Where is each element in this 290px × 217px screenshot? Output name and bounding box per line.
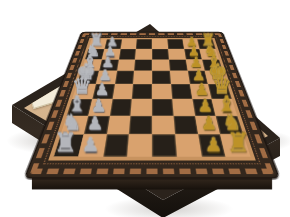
silver-pawn: ♟ — [82, 136, 100, 156]
square — [152, 59, 170, 71]
square: ♜ — [221, 135, 251, 157]
square — [167, 39, 184, 48]
square — [131, 99, 152, 116]
square — [169, 59, 188, 71]
square — [132, 84, 152, 99]
square — [134, 59, 152, 71]
square — [152, 39, 168, 48]
square — [103, 135, 129, 157]
square — [109, 99, 132, 116]
square — [117, 59, 136, 71]
silver-pawn: ♟ — [87, 115, 103, 133]
square — [119, 49, 137, 59]
board-grid: ♜♟♟♜♞♟♟♞♝♟♟♝♚♟♟♚♛♟♟♛♝♟♟♝♞♟♟♞♜♟♟♜ — [53, 39, 250, 156]
square — [136, 39, 152, 48]
gold-pawn: ♟ — [201, 115, 217, 133]
silver-rook: ♜ — [54, 129, 77, 155]
square — [120, 39, 137, 48]
square — [171, 84, 192, 99]
square: ♟ — [198, 135, 226, 157]
square — [112, 84, 133, 99]
chess-set-photo: ♜♟♟♜♞♟♟♞♝♟♟♝♚♟♟♚♛♟♟♛♝♟♟♝♞♟♟♞♜♟♟♜ — [0, 0, 290, 217]
gold-pawn: ♟ — [205, 136, 223, 156]
square — [168, 49, 186, 59]
square — [152, 84, 172, 99]
square — [152, 135, 177, 157]
square — [127, 135, 152, 157]
square: ♟ — [78, 135, 106, 157]
square — [172, 99, 195, 116]
square — [152, 71, 171, 84]
square — [133, 71, 152, 84]
square — [135, 49, 152, 59]
square — [170, 71, 190, 84]
gold-rook: ♜ — [226, 129, 249, 155]
square — [115, 71, 135, 84]
chess-board: ♜♟♟♜♞♟♟♞♝♟♟♝♚♟♟♚♛♟♟♛♝♟♟♝♞♟♟♞♜♟♟♜ — [26, 32, 278, 177]
square — [152, 49, 169, 59]
square — [152, 99, 173, 116]
board-perspective-wrapper: ♜♟♟♜♞♟♟♞♝♟♟♝♚♟♟♚♛♟♟♛♝♟♟♝♞♟♟♞♜♟♟♜ — [0, 0, 290, 217]
